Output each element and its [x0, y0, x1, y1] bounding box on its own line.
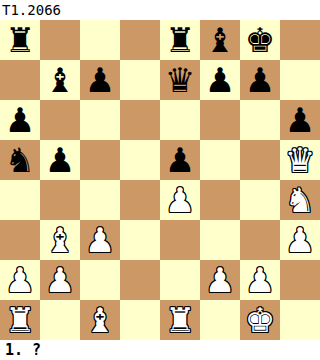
white-pawn: ♟	[165, 180, 195, 220]
square-b7[interactable]: ♝	[40, 60, 80, 100]
square-e5[interactable]: ♟	[160, 140, 200, 180]
square-d3[interactable]	[120, 220, 160, 260]
square-g7[interactable]: ♟	[240, 60, 280, 100]
square-d1[interactable]	[120, 300, 160, 340]
square-g3[interactable]	[240, 220, 280, 260]
square-e1[interactable]: ♜	[160, 300, 200, 340]
white-pawn: ♟	[85, 220, 115, 260]
square-g8[interactable]: ♚	[240, 20, 280, 60]
square-b5[interactable]: ♟	[40, 140, 80, 180]
square-h5[interactable]: ♛	[280, 140, 320, 180]
square-a1[interactable]: ♜	[0, 300, 40, 340]
square-f7[interactable]: ♟	[200, 60, 240, 100]
square-c3[interactable]: ♟	[80, 220, 120, 260]
square-h2[interactable]	[280, 260, 320, 300]
black-rook: ♜	[5, 20, 35, 60]
square-g1[interactable]: ♚	[240, 300, 280, 340]
square-f1[interactable]	[200, 300, 240, 340]
square-a6[interactable]: ♟	[0, 100, 40, 140]
square-a8[interactable]: ♜	[0, 20, 40, 60]
square-h3[interactable]: ♟	[280, 220, 320, 260]
black-rook: ♜	[165, 20, 195, 60]
white-rook: ♜	[5, 300, 35, 340]
square-f4[interactable]	[200, 180, 240, 220]
square-e8[interactable]: ♜	[160, 20, 200, 60]
footer-bar: 1. ?	[0, 340, 320, 360]
black-king: ♚	[245, 20, 275, 60]
square-d4[interactable]	[120, 180, 160, 220]
square-d6[interactable]	[120, 100, 160, 140]
chess-puzzle-window: T1.2066 ♜♜♝♚♝♟♛♟♟♟♟♞♟♟♛♟♞♝♟♟♟♟♟♟♜♝♜♚ 1. …	[0, 0, 320, 360]
black-pawn: ♟	[165, 140, 195, 180]
square-h4[interactable]: ♞	[280, 180, 320, 220]
title-bar: T1.2066	[0, 0, 320, 20]
black-pawn: ♟	[245, 60, 275, 100]
square-b8[interactable]	[40, 20, 80, 60]
square-c8[interactable]	[80, 20, 120, 60]
black-queen: ♛	[165, 60, 195, 100]
square-e4[interactable]: ♟	[160, 180, 200, 220]
square-c4[interactable]	[80, 180, 120, 220]
white-knight: ♞	[285, 180, 315, 220]
square-e7[interactable]: ♛	[160, 60, 200, 100]
square-e6[interactable]	[160, 100, 200, 140]
chess-board: ♜♜♝♚♝♟♛♟♟♟♟♞♟♟♛♟♞♝♟♟♟♟♟♟♜♝♜♚	[0, 20, 320, 340]
square-b2[interactable]: ♟	[40, 260, 80, 300]
square-a4[interactable]	[0, 180, 40, 220]
black-pawn: ♟	[5, 100, 35, 140]
white-pawn: ♟	[5, 260, 35, 300]
square-f6[interactable]	[200, 100, 240, 140]
square-g6[interactable]	[240, 100, 280, 140]
square-b6[interactable]	[40, 100, 80, 140]
black-bishop: ♝	[205, 20, 235, 60]
square-a3[interactable]	[0, 220, 40, 260]
white-king: ♚	[245, 300, 275, 340]
move-prompt: 1. ?	[5, 340, 41, 360]
white-pawn: ♟	[245, 260, 275, 300]
square-b1[interactable]	[40, 300, 80, 340]
white-bishop: ♝	[45, 220, 75, 260]
square-c1[interactable]: ♝	[80, 300, 120, 340]
square-h8[interactable]	[280, 20, 320, 60]
square-d5[interactable]	[120, 140, 160, 180]
square-d8[interactable]	[120, 20, 160, 60]
square-e3[interactable]	[160, 220, 200, 260]
square-h7[interactable]	[280, 60, 320, 100]
square-d2[interactable]	[120, 260, 160, 300]
square-c5[interactable]	[80, 140, 120, 180]
white-pawn: ♟	[285, 220, 315, 260]
white-rook: ♜	[165, 300, 195, 340]
white-pawn: ♟	[45, 260, 75, 300]
square-c6[interactable]	[80, 100, 120, 140]
square-g4[interactable]	[240, 180, 280, 220]
black-pawn: ♟	[85, 60, 115, 100]
puzzle-id: T1.2066	[2, 0, 61, 20]
square-f8[interactable]: ♝	[200, 20, 240, 60]
square-b4[interactable]	[40, 180, 80, 220]
white-queen: ♛	[285, 140, 315, 180]
square-a5[interactable]: ♞	[0, 140, 40, 180]
square-g2[interactable]: ♟	[240, 260, 280, 300]
square-f5[interactable]	[200, 140, 240, 180]
square-a7[interactable]	[0, 60, 40, 100]
square-h1[interactable]	[280, 300, 320, 340]
square-h6[interactable]: ♟	[280, 100, 320, 140]
black-knight: ♞	[5, 140, 35, 180]
white-pawn: ♟	[205, 260, 235, 300]
square-f3[interactable]	[200, 220, 240, 260]
square-g5[interactable]	[240, 140, 280, 180]
square-e2[interactable]	[160, 260, 200, 300]
square-c2[interactable]	[80, 260, 120, 300]
square-b3[interactable]: ♝	[40, 220, 80, 260]
square-c7[interactable]: ♟	[80, 60, 120, 100]
black-bishop: ♝	[45, 60, 75, 100]
square-d7[interactable]	[120, 60, 160, 100]
square-a2[interactable]: ♟	[0, 260, 40, 300]
black-pawn: ♟	[45, 140, 75, 180]
white-bishop: ♝	[85, 300, 115, 340]
black-pawn: ♟	[285, 100, 315, 140]
black-pawn: ♟	[205, 60, 235, 100]
square-f2[interactable]: ♟	[200, 260, 240, 300]
